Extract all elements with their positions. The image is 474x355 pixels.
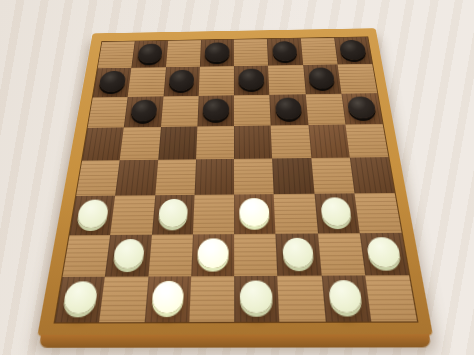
square-r8c8 <box>365 275 417 322</box>
square-r7c6[interactable] <box>276 233 321 276</box>
square-r6c7[interactable] <box>314 194 359 233</box>
light-piece[interactable] <box>366 237 402 268</box>
square-r5c4[interactable] <box>194 159 234 195</box>
square-r3c6[interactable] <box>270 94 308 125</box>
square-r2c2 <box>128 67 166 96</box>
square-r8c5[interactable] <box>234 276 279 322</box>
dark-piece[interactable] <box>272 41 298 61</box>
light-piece[interactable] <box>112 238 145 268</box>
light-piece[interactable] <box>240 280 273 313</box>
square-r8c7[interactable] <box>321 275 371 322</box>
dark-piece[interactable] <box>130 99 158 121</box>
square-r2c8 <box>337 64 377 93</box>
square-r1c7 <box>300 38 337 65</box>
square-r3c1 <box>88 97 128 128</box>
light-piece[interactable] <box>240 198 270 226</box>
square-r2c7[interactable] <box>303 65 341 94</box>
square-r1c8[interactable] <box>334 37 372 64</box>
square-r4c5[interactable] <box>234 125 272 159</box>
square-r4c8 <box>345 124 388 158</box>
square-r4c6 <box>271 125 311 159</box>
square-r6c4 <box>193 195 234 234</box>
square-r5c2[interactable] <box>115 160 157 196</box>
square-r7c3 <box>148 234 193 276</box>
square-r6c5[interactable] <box>234 194 276 233</box>
dark-piece[interactable] <box>275 97 303 120</box>
square-r6c6 <box>274 194 317 233</box>
square-r8c1[interactable] <box>55 276 105 322</box>
square-r3c4[interactable] <box>197 95 234 126</box>
dark-piece[interactable] <box>203 98 229 120</box>
square-r1c5 <box>234 39 268 66</box>
square-r7c8[interactable] <box>359 232 409 275</box>
square-r2c6 <box>268 65 305 94</box>
dark-piece[interactable] <box>168 70 194 91</box>
square-r5c1 <box>76 160 120 196</box>
dark-piece[interactable] <box>99 71 127 92</box>
board-grid <box>53 36 418 323</box>
light-piece[interactable] <box>320 198 353 226</box>
square-r8c6 <box>278 275 326 321</box>
light-piece[interactable] <box>76 200 109 228</box>
square-r7c1 <box>63 234 111 276</box>
square-r8c3[interactable] <box>144 276 191 322</box>
square-r1c3 <box>166 40 201 67</box>
square-r5c5 <box>234 158 274 194</box>
square-r1c2[interactable] <box>132 41 168 68</box>
dark-piece[interactable] <box>347 96 377 119</box>
square-r2c5[interactable] <box>234 66 270 95</box>
square-r4c1[interactable] <box>82 127 124 160</box>
square-r2c4 <box>198 66 233 95</box>
square-r7c4[interactable] <box>191 234 234 276</box>
dark-piece[interactable] <box>308 68 336 89</box>
light-piece[interactable] <box>282 237 315 268</box>
square-r4c4 <box>196 126 234 160</box>
square-r2c3[interactable] <box>163 67 200 96</box>
square-r7c7 <box>317 233 365 276</box>
square-r1c1 <box>98 41 135 68</box>
light-piece[interactable] <box>151 281 185 314</box>
square-r5c8[interactable] <box>350 157 395 193</box>
square-r4c2 <box>120 127 161 161</box>
square-r5c7 <box>311 158 354 194</box>
square-r3c8[interactable] <box>341 93 382 124</box>
square-r5c6[interactable] <box>272 158 314 194</box>
square-r5c3 <box>155 159 196 195</box>
square-r6c8 <box>354 193 401 232</box>
dark-piece[interactable] <box>339 40 367 60</box>
light-piece[interactable] <box>62 281 98 314</box>
checkers-board <box>37 28 433 336</box>
square-r1c6[interactable] <box>267 38 303 65</box>
square-r8c2 <box>99 276 148 322</box>
square-r3c5 <box>234 94 271 125</box>
square-r3c3 <box>161 95 199 126</box>
square-r6c3[interactable] <box>151 195 194 234</box>
square-r3c2[interactable] <box>124 96 163 127</box>
board-edge <box>39 334 432 348</box>
square-r8c4 <box>189 276 234 322</box>
light-piece[interactable] <box>328 280 364 313</box>
dark-piece[interactable] <box>205 42 230 62</box>
light-piece[interactable] <box>158 199 189 227</box>
square-r6c2 <box>110 195 154 234</box>
light-piece[interactable] <box>197 238 228 268</box>
square-r2c1[interactable] <box>93 68 132 97</box>
dark-piece[interactable] <box>137 43 163 63</box>
square-r7c5 <box>234 233 277 276</box>
square-r4c3[interactable] <box>158 126 197 160</box>
square-r4c7[interactable] <box>308 124 350 158</box>
square-r3c7 <box>305 93 345 124</box>
square-r1c4[interactable] <box>200 40 234 67</box>
square-r6c1[interactable] <box>70 196 116 235</box>
dark-piece[interactable] <box>239 69 265 90</box>
square-r7c2[interactable] <box>105 234 151 276</box>
